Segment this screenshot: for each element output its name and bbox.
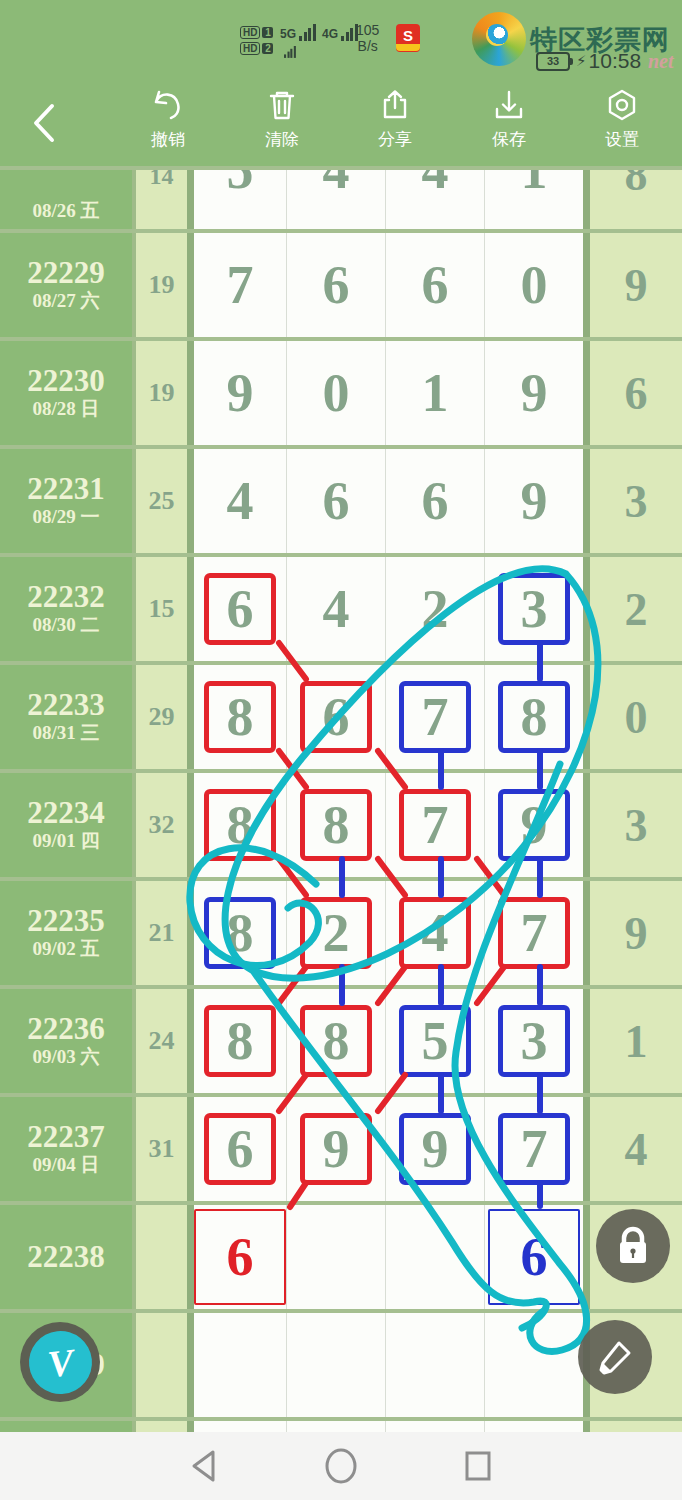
- draw-date: 09/02 五: [32, 937, 99, 961]
- draw-number: 22232: [27, 581, 105, 613]
- chart-row-22238: 2223866: [0, 1201, 682, 1309]
- tail-stat-value: 3: [583, 449, 682, 553]
- draw-date: 08/30 二: [32, 613, 99, 637]
- digit-cell-c4[interactable]: 3: [484, 989, 583, 1093]
- digit-cell-c4[interactable]: 9: [484, 341, 583, 445]
- draw-label: 2223609/03 六: [0, 989, 132, 1093]
- digit-value: 8: [227, 906, 254, 960]
- draw-date: 09/01 四: [32, 829, 99, 853]
- tail-stat-value: 6: [583, 341, 682, 445]
- sum-value: 32: [132, 773, 187, 877]
- draw-label: 2223008/28 日: [0, 341, 132, 445]
- draw-label: 2223409/01 四: [0, 773, 132, 877]
- undo-button[interactable]: 撤销: [123, 88, 213, 151]
- digit-value: 0: [323, 366, 350, 420]
- digit-cell-c2[interactable]: 9: [286, 1097, 385, 1201]
- digit-value: 6: [422, 474, 449, 528]
- digit-value: 9: [521, 798, 548, 852]
- digit-cell-c3[interactable]: 7: [385, 665, 484, 769]
- digit-cell-c2[interactable]: 4: [286, 170, 385, 229]
- digit-cell-c3[interactable]: [385, 1313, 484, 1417]
- draw-label: 2222908/27 六: [0, 233, 132, 337]
- lock-button[interactable]: [596, 1209, 670, 1283]
- network-speed: 105B/s: [356, 22, 379, 54]
- digit-cell-c4[interactable]: 9: [484, 449, 583, 553]
- hd2-icon: HD2: [240, 42, 273, 55]
- undo-icon: [151, 88, 185, 122]
- signal-4g-icon: 4G: [322, 24, 358, 41]
- clear-button[interactable]: 清除: [237, 88, 327, 151]
- digit-value: 9: [521, 474, 548, 528]
- draw-date: 08/31 三: [32, 721, 99, 745]
- draw-number: 22231: [27, 473, 105, 505]
- digit-cell-c1[interactable]: 6: [187, 1097, 286, 1201]
- digit-cell-c2[interactable]: 6: [286, 449, 385, 553]
- tail-stat-value: 4: [583, 1097, 682, 1201]
- digit-cell-c1[interactable]: 7: [187, 233, 286, 337]
- chart-row-22236: 2223609/03 六2488531: [0, 985, 682, 1093]
- chart-row-22237: 2223709/04 日3169974: [0, 1093, 682, 1201]
- digit-value: 7: [521, 1122, 548, 1176]
- back-chevron-icon: [30, 102, 56, 144]
- sum-value: [132, 1205, 187, 1309]
- tail-stat-value: 0: [583, 665, 682, 769]
- chart-row-partial-0: 08/26 五1454418: [0, 166, 682, 229]
- draw-label: 2223709/04 日: [0, 1097, 132, 1201]
- v-float-button[interactable]: V: [20, 1322, 100, 1402]
- charging-bolt-icon: ⚡: [576, 52, 587, 70]
- draw-number: 22234: [27, 797, 105, 829]
- digit-cell-c1[interactable]: 8: [187, 773, 286, 877]
- pencil-icon: [595, 1337, 635, 1377]
- digit-cell-c1[interactable]: 8: [187, 989, 286, 1093]
- settings-button[interactable]: 设置: [577, 88, 667, 151]
- sum-value: 14: [132, 170, 187, 229]
- digit-cell-c1[interactable]: 6: [187, 1205, 286, 1309]
- draw-date: 08/29 一: [32, 505, 99, 529]
- digit-cell-c1[interactable]: 8: [187, 665, 286, 769]
- digit-cell-c2[interactable]: [286, 1313, 385, 1417]
- draw-label: 2223308/31 三: [0, 665, 132, 769]
- sum-value: 29: [132, 665, 187, 769]
- chart-row-22230: 2223008/28 日1990196: [0, 337, 682, 445]
- tail-stat-value: 9: [583, 233, 682, 337]
- draw-label: 2223509/02 五: [0, 881, 132, 985]
- digit-value: 9: [422, 1122, 449, 1176]
- nav-back-button[interactable]: [189, 1449, 219, 1483]
- status-bar: HD1 HD2 5G 4G 105B/s S 特区彩票网 33 ⚡ 10:58 …: [0, 0, 682, 80]
- digit-value: 8: [227, 690, 254, 744]
- digit-cell-c3[interactable]: 6: [385, 449, 484, 553]
- save-icon: [492, 88, 526, 122]
- sum-value: 19: [132, 233, 187, 337]
- digit-cell-c2[interactable]: 8: [286, 773, 385, 877]
- digit-cell-c2[interactable]: [286, 1205, 385, 1309]
- digit-value: 5: [422, 1014, 449, 1068]
- tail-stat-value: 1: [583, 989, 682, 1093]
- digit-cell-c1[interactable]: 5: [187, 170, 286, 229]
- trash-icon: [265, 88, 299, 122]
- draw-number: 22233: [27, 689, 105, 721]
- digit-cell-c2[interactable]: 6: [286, 233, 385, 337]
- digit-cell-c4[interactable]: 3: [484, 557, 583, 661]
- sum-value: 24: [132, 989, 187, 1093]
- digit-value: 8: [323, 1014, 350, 1068]
- digit-cell-c3[interactable]: 5: [385, 989, 484, 1093]
- lock-icon: [614, 1226, 652, 1266]
- digit-value: 6: [227, 1230, 254, 1284]
- sum-value: [132, 1313, 187, 1417]
- draw-label: 2223108/29 一: [0, 449, 132, 553]
- digit-value: 3: [521, 1014, 548, 1068]
- digit-cell-c4[interactable]: 9: [484, 773, 583, 877]
- draw-number: 22236: [27, 1013, 105, 1045]
- clock: 10:58: [589, 49, 642, 73]
- digit-cell-c3[interactable]: 2: [385, 557, 484, 661]
- digit-cell-c1[interactable]: 8: [187, 881, 286, 985]
- digit-value: 2: [422, 582, 449, 636]
- share-button[interactable]: 分享: [350, 88, 440, 151]
- nav-home-button[interactable]: [323, 1447, 359, 1485]
- digit-cell-c3[interactable]: 4: [385, 881, 484, 985]
- draw-date: 08/28 日: [32, 397, 99, 421]
- digit-cell-c3[interactable]: [385, 1205, 484, 1309]
- digit-cell-c3[interactable]: 6: [385, 233, 484, 337]
- chart-row-22234: 2223409/01 四3288793: [0, 769, 682, 877]
- digit-value: 7: [227, 258, 254, 312]
- tail-stat-value: 2: [583, 557, 682, 661]
- chart-row-22235: 2223509/02 五2182479: [0, 877, 682, 985]
- tail-stat-value: 9: [583, 881, 682, 985]
- digit-value: 1: [422, 366, 449, 420]
- draw-label: 2223208/30 二: [0, 557, 132, 661]
- sum-value: 19: [132, 341, 187, 445]
- hd1-icon: HD1: [240, 26, 273, 39]
- sum-value: 31: [132, 1097, 187, 1201]
- digit-value: 4: [323, 582, 350, 636]
- battery-indicator: 33 ⚡ 10:58: [536, 49, 641, 73]
- digit-cell-c1[interactable]: 9: [187, 341, 286, 445]
- digit-cell-c4[interactable]: 7: [484, 881, 583, 985]
- draw-date: 08/27 六: [32, 289, 99, 313]
- trend-chart: 08/26 五14544182222908/27 六19766092223008…: [0, 166, 682, 1436]
- digit-cell-c4[interactable]: 0: [484, 233, 583, 337]
- digit-value: 9: [521, 366, 548, 420]
- digit-value: 9: [323, 1122, 350, 1176]
- digit-value: 7: [422, 798, 449, 852]
- digit-value: 8: [227, 1014, 254, 1068]
- draw-number: 22238: [27, 1241, 105, 1273]
- draw-date: 09/03 六: [32, 1045, 99, 1069]
- digit-cell-c1[interactable]: 6: [187, 557, 286, 661]
- digit-value: 6: [227, 582, 254, 636]
- digit-value: 3: [521, 582, 548, 636]
- digit-value: 6: [521, 1230, 548, 1284]
- digit-cell-c4[interactable]: 1: [484, 170, 583, 229]
- hd-voice-icons: HD1 HD2: [240, 26, 273, 58]
- digit-value: 6: [323, 690, 350, 744]
- digit-value: 4: [422, 906, 449, 960]
- draw-label: 08/26 五: [0, 170, 132, 229]
- sum-value: 25: [132, 449, 187, 553]
- digit-value: 4: [323, 166, 350, 197]
- digit-cell-c3[interactable]: 4: [385, 170, 484, 229]
- draw-date: 09/04 日: [32, 1153, 99, 1177]
- digit-value: 7: [422, 690, 449, 744]
- chart-row-22229: 2222908/27 六1976609: [0, 229, 682, 337]
- sum-value: 21: [132, 881, 187, 985]
- digit-value: 6: [227, 1122, 254, 1176]
- site-logo-icon: [472, 12, 526, 66]
- back-button[interactable]: [30, 102, 56, 148]
- digit-value: 1: [521, 166, 548, 197]
- digit-value: 8: [521, 690, 548, 744]
- digit-cell-c3[interactable]: 1: [385, 341, 484, 445]
- digit-value: 6: [422, 258, 449, 312]
- draw-number: 22235: [27, 905, 105, 937]
- digit-value: 0: [521, 258, 548, 312]
- watermark: net: [648, 50, 674, 73]
- digit-cell-c1[interactable]: 4: [187, 449, 286, 553]
- digit-value: 7: [521, 906, 548, 960]
- signal-5g-icon: 5G: [280, 24, 316, 41]
- draw-number: 22237: [27, 1121, 105, 1153]
- digit-cell-c2[interactable]: 6: [286, 665, 385, 769]
- draw-date: 08/26 五: [32, 199, 99, 223]
- save-button[interactable]: 保存: [464, 88, 554, 151]
- digit-cell-c2[interactable]: 8: [286, 989, 385, 1093]
- digit-value: 2: [323, 906, 350, 960]
- share-icon: [378, 88, 412, 122]
- digit-value: 5: [227, 166, 254, 197]
- settings-icon: [605, 88, 639, 122]
- v-button-glyph: V: [25, 1327, 94, 1396]
- digit-value: 4: [227, 474, 254, 528]
- chart-row-22233: 2223308/31 三2986780: [0, 661, 682, 769]
- android-nav-bar: [0, 1432, 682, 1500]
- digit-cell-c2[interactable]: 0: [286, 341, 385, 445]
- digit-cell-c4[interactable]: [484, 1313, 583, 1417]
- digit-cell-c2[interactable]: 4: [286, 557, 385, 661]
- digit-value: 8: [323, 798, 350, 852]
- nav-recents-button[interactable]: [463, 1449, 493, 1483]
- digit-value: 9: [227, 366, 254, 420]
- chart-row-22232: 2223208/30 二1564232: [0, 553, 682, 661]
- signal-sub-icon: [284, 46, 296, 58]
- digit-cell-c4[interactable]: 7: [484, 1097, 583, 1201]
- digit-cell-c3[interactable]: 9: [385, 1097, 484, 1201]
- digit-cell-c1[interactable]: [187, 1313, 286, 1417]
- s-app-badge: S: [396, 24, 420, 52]
- digit-value: 8: [227, 798, 254, 852]
- edit-pencil-button[interactable]: [578, 1320, 652, 1394]
- draw-number: 22229: [27, 257, 105, 289]
- battery-level: 33: [536, 52, 570, 71]
- digit-value: 6: [323, 258, 350, 312]
- draw-number: 22230: [27, 365, 105, 397]
- toolbar: 撤销 清除 分享 保存 设置: [0, 80, 682, 166]
- chart-row-22231: 2223108/29 一2546693: [0, 445, 682, 553]
- draw-label: 22238: [0, 1205, 132, 1309]
- digit-cell-c3[interactable]: 7: [385, 773, 484, 877]
- digit-value: 4: [422, 166, 449, 197]
- sum-value: 15: [132, 557, 187, 661]
- tail-stat-value: 3: [583, 773, 682, 877]
- digit-cell-c4[interactable]: 8: [484, 665, 583, 769]
- tail-stat-value: 8: [583, 170, 682, 229]
- digit-cell-c4[interactable]: 6: [484, 1205, 583, 1309]
- digit-value: 6: [323, 474, 350, 528]
- app-screen: { "game": "lottery-digit-trend-chart", "…: [0, 0, 682, 1500]
- digit-cell-c2[interactable]: 2: [286, 881, 385, 985]
